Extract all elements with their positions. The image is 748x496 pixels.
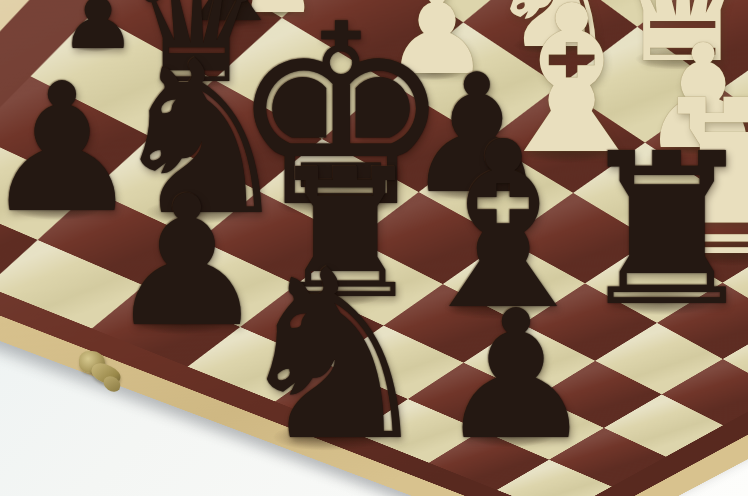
piece-black-knight[interactable]: ♞ [229,239,439,473]
chess-set-photo: ♟♝♞♟♛♟♛♟♝♟♚♟♞♜♜♜♝♟♞♟ [0,0,748,496]
piece-black-pawn[interactable]: ♟ [436,287,596,465]
brass-clasp [73,347,125,397]
